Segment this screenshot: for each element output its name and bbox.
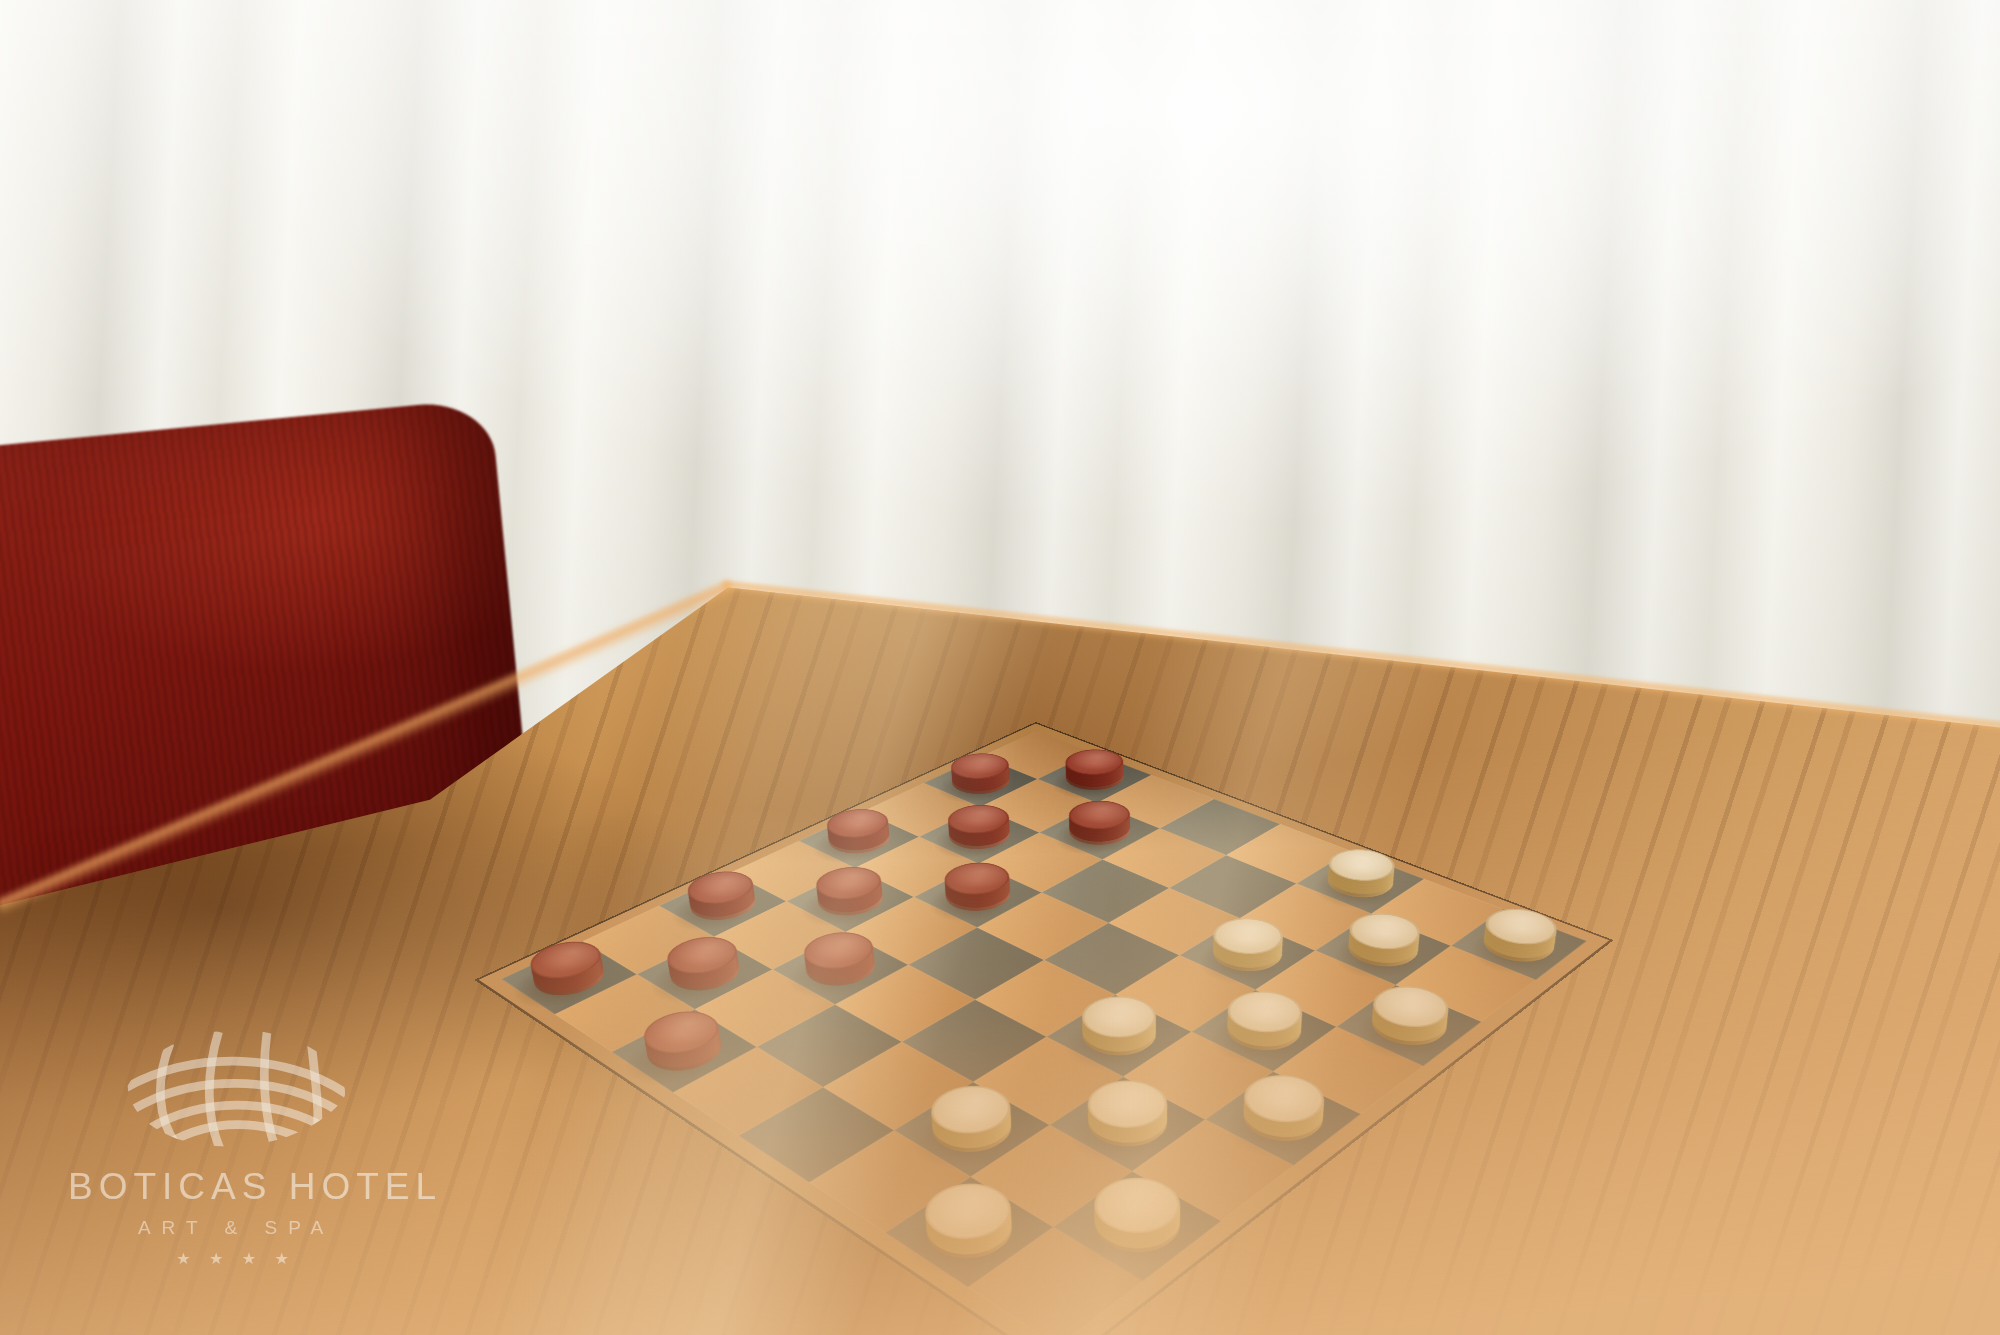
scene: BOTICAS HOTEL ART & SPA ★ ★ ★ ★ xyxy=(0,0,2000,1335)
square-4-4[interactable] xyxy=(1044,923,1180,995)
